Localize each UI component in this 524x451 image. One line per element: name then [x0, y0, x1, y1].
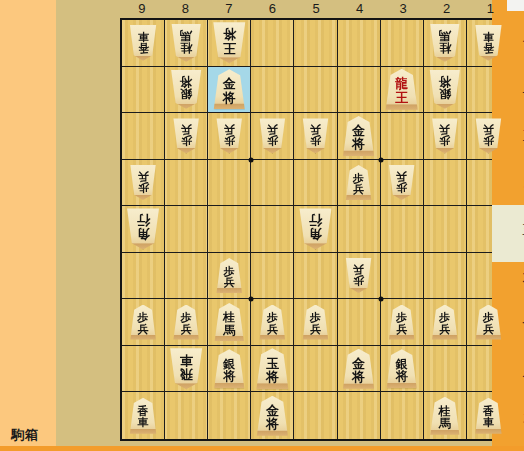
piece-gote-pawn[interactable]: 歩兵 — [216, 118, 243, 153]
file-label-4: 4 — [338, 0, 382, 18]
square-85[interactable] — [165, 206, 208, 253]
piece-label: 歩兵 — [439, 312, 450, 335]
piece-gote-bishop[interactable]: 角行 — [126, 208, 160, 249]
piece-label: 角行 — [137, 214, 150, 241]
square-97[interactable]: 歩兵 — [122, 299, 165, 346]
piece-gote-pawn[interactable]: 歩兵 — [388, 165, 415, 200]
piece-sente-knight[interactable]: 桂馬 — [429, 397, 460, 435]
square-41[interactable] — [338, 20, 381, 67]
piece-gote-lance[interactable]: 香車 — [129, 25, 157, 61]
square-38[interactable]: 銀将 — [381, 346, 424, 393]
square-72[interactable]: 金将 — [208, 67, 251, 114]
piece-label: 歩兵 — [181, 312, 192, 335]
file-label-1: 1 — [469, 0, 513, 18]
file-label-2: 2 — [425, 0, 469, 18]
piece-sente-pawn[interactable]: 歩兵 — [431, 305, 458, 340]
rank-label-6: 六 — [514, 253, 524, 300]
star-point — [378, 157, 383, 162]
square-81[interactable]: 桂馬 — [165, 20, 208, 67]
piece-gote-king[interactable]: 王将 — [212, 22, 246, 63]
square-22[interactable]: 銀将 — [424, 67, 467, 114]
piece-label: 歩兵 — [396, 312, 407, 335]
square-62[interactable] — [251, 67, 294, 114]
file-label-8: 8 — [164, 0, 208, 18]
square-26[interactable] — [424, 253, 467, 300]
piece-gote-silver[interactable]: 銀将 — [429, 70, 461, 109]
piece-label: 歩兵 — [138, 170, 149, 193]
piece-sente-pawn[interactable]: 歩兵 — [259, 305, 286, 340]
piece-label: 銀将 — [223, 358, 235, 383]
square-88[interactable]: 飛車 — [165, 346, 208, 393]
piece-label: 歩兵 — [396, 170, 407, 193]
square-86[interactable] — [165, 253, 208, 300]
square-64[interactable] — [251, 160, 294, 207]
piece-gote-pawn[interactable]: 歩兵 — [302, 118, 329, 153]
piece-label: 銀将 — [439, 75, 451, 100]
square-43[interactable]: 金将 — [338, 113, 381, 160]
piece-label: 歩兵 — [267, 312, 278, 335]
piece-label: 香車 — [483, 30, 494, 53]
square-37[interactable]: 歩兵 — [381, 299, 424, 346]
square-35[interactable] — [381, 206, 424, 253]
square-53[interactable]: 歩兵 — [294, 113, 337, 160]
square-32[interactable]: 龍王 — [381, 67, 424, 114]
rank-label-9: 九 — [514, 394, 524, 441]
square-52[interactable] — [294, 67, 337, 114]
piece-label: 香車 — [483, 406, 494, 429]
piece-gote-pawn[interactable]: 歩兵 — [431, 118, 458, 153]
star-point — [378, 297, 383, 302]
file-label-9: 9 — [120, 0, 164, 18]
square-69[interactable]: 金将 — [251, 392, 294, 439]
piece-sente-dragon[interactable]: 龍王 — [385, 69, 419, 110]
bottom-edge — [0, 446, 524, 451]
square-92[interactable] — [122, 67, 165, 114]
piece-gote-knight[interactable]: 桂馬 — [429, 24, 460, 62]
piece-sente-pawn[interactable]: 歩兵 — [173, 305, 200, 340]
file-label-6: 6 — [251, 0, 295, 18]
piece-gote-silver[interactable]: 銀将 — [170, 70, 202, 109]
piece-label: 歩兵 — [224, 123, 235, 146]
rank-label-3: 三 — [514, 112, 524, 159]
square-59[interactable] — [294, 392, 337, 439]
rank-label-2: 二 — [514, 65, 524, 112]
piece-gote-rook[interactable]: 飛車 — [169, 348, 203, 389]
square-58[interactable] — [294, 346, 337, 393]
piece-gote-knight[interactable]: 桂馬 — [171, 24, 202, 62]
piece-label: 香車 — [138, 406, 149, 429]
square-55[interactable]: 角行 — [294, 206, 337, 253]
piece-sente-pawn[interactable]: 歩兵 — [130, 305, 157, 340]
piece-sente-pawn[interactable]: 歩兵 — [302, 305, 329, 340]
rank-label-4: 四 — [514, 159, 524, 206]
square-23[interactable]: 歩兵 — [424, 113, 467, 160]
file-label-5: 5 — [294, 0, 338, 18]
square-67[interactable]: 歩兵 — [251, 299, 294, 346]
piece-label: 龍王 — [395, 77, 408, 104]
rank-label-7: 七 — [514, 300, 524, 347]
rank-label-5: 五 — [514, 206, 524, 253]
square-28[interactable] — [424, 346, 467, 393]
square-91[interactable]: 香車 — [122, 20, 165, 67]
square-73[interactable]: 歩兵 — [208, 113, 251, 160]
piece-label: 銀将 — [180, 75, 192, 100]
square-39[interactable] — [381, 392, 424, 439]
file-label-3: 3 — [381, 0, 425, 18]
square-76[interactable]: 歩兵 — [208, 253, 251, 300]
square-48[interactable]: 金将 — [338, 346, 381, 393]
piece-box-label[interactable]: 駒箱 — [11, 426, 39, 444]
piece-label: 桂馬 — [439, 405, 451, 430]
piece-sente-gold[interactable]: 金将 — [256, 396, 289, 436]
piece-label: 角行 — [309, 214, 322, 241]
square-75[interactable] — [208, 206, 251, 253]
piece-label: 金将 — [223, 77, 236, 104]
piece-label: 歩兵 — [483, 312, 494, 335]
piece-label: 金将 — [352, 124, 365, 151]
square-33[interactable] — [381, 113, 424, 160]
square-44[interactable]: 歩兵 — [338, 160, 381, 207]
square-68[interactable]: 玉将 — [251, 346, 294, 393]
square-61[interactable] — [251, 20, 294, 67]
piece-label: 桂馬 — [223, 311, 235, 336]
piece-label: 飛車 — [180, 354, 193, 381]
square-21[interactable]: 桂馬 — [424, 20, 467, 67]
piece-sente-gold[interactable]: 金将 — [342, 349, 375, 389]
square-56[interactable] — [294, 253, 337, 300]
piece-label: 歩兵 — [224, 266, 235, 289]
square-51[interactable] — [294, 20, 337, 67]
file-labels: 987654321 — [120, 0, 512, 18]
square-93[interactable] — [122, 113, 165, 160]
piece-sente-knight[interactable]: 桂馬 — [214, 303, 245, 341]
board-margin: 987654321 一二三四五六七八九 香車桂馬王将桂馬香車銀将金将龍王銀将歩兵… — [56, 0, 492, 451]
square-54[interactable] — [294, 160, 337, 207]
piece-label: 金将 — [352, 357, 365, 384]
piece-gote-bishop[interactable]: 角行 — [298, 208, 332, 249]
piece-label: 香車 — [138, 30, 149, 53]
file-label-7: 7 — [207, 0, 251, 18]
square-24[interactable] — [424, 160, 467, 207]
piece-label: 桂馬 — [439, 29, 451, 54]
square-57[interactable]: 歩兵 — [294, 299, 337, 346]
square-36[interactable] — [381, 253, 424, 300]
square-31[interactable] — [381, 20, 424, 67]
square-83[interactable]: 歩兵 — [165, 113, 208, 160]
piece-label: 王将 — [223, 28, 236, 55]
piece-label: 歩兵 — [181, 123, 192, 146]
piece-sente-pawn[interactable]: 歩兵 — [345, 165, 372, 200]
piece-label: 桂馬 — [180, 29, 192, 54]
square-63[interactable]: 歩兵 — [251, 113, 294, 160]
square-99[interactable]: 香車 — [122, 392, 165, 439]
piece-label: 歩兵 — [439, 123, 450, 146]
square-74[interactable] — [208, 160, 251, 207]
piece-sente-lance[interactable]: 香車 — [129, 398, 157, 434]
square-49[interactable] — [338, 392, 381, 439]
square-45[interactable] — [338, 206, 381, 253]
piece-label: 金将 — [266, 404, 279, 431]
square-42[interactable] — [338, 67, 381, 114]
piece-label: 銀将 — [396, 358, 408, 383]
square-98[interactable] — [122, 346, 165, 393]
square-96[interactable] — [122, 253, 165, 300]
square-78[interactable]: 銀将 — [208, 346, 251, 393]
square-71[interactable]: 王将 — [208, 20, 251, 67]
square-77[interactable]: 桂馬 — [208, 299, 251, 346]
square-27[interactable]: 歩兵 — [424, 299, 467, 346]
piece-gote-pawn[interactable]: 歩兵 — [345, 258, 372, 293]
square-29[interactable]: 桂馬 — [424, 392, 467, 439]
rank-label-1: 一 — [514, 18, 524, 65]
square-46[interactable]: 歩兵 — [338, 253, 381, 300]
rank-label-8: 八 — [514, 347, 524, 394]
star-point — [249, 157, 254, 162]
piece-sente-gold[interactable]: 金将 — [213, 69, 246, 109]
square-34[interactable]: 歩兵 — [381, 160, 424, 207]
square-82[interactable]: 銀将 — [165, 67, 208, 114]
piece-gote-pawn[interactable]: 歩兵 — [130, 165, 157, 200]
piece-sente-silver[interactable]: 銀将 — [213, 349, 245, 388]
piece-sente-pawn[interactable]: 歩兵 — [388, 305, 415, 340]
piece-label: 歩兵 — [267, 123, 278, 146]
piece-gote-pawn[interactable]: 歩兵 — [173, 118, 200, 153]
square-47[interactable] — [338, 299, 381, 346]
piece-label: 歩兵 — [483, 123, 494, 146]
square-84[interactable] — [165, 160, 208, 207]
piece-box-panel[interactable]: 駒箱 — [0, 0, 56, 451]
piece-label: 歩兵 — [353, 173, 364, 196]
square-89[interactable] — [165, 392, 208, 439]
square-87[interactable]: 歩兵 — [165, 299, 208, 346]
piece-sente-gold[interactable]: 金将 — [342, 116, 375, 156]
star-point — [249, 297, 254, 302]
square-66[interactable] — [251, 253, 294, 300]
rank-labels: 一二三四五六七八九 — [514, 18, 524, 441]
square-65[interactable] — [251, 206, 294, 253]
square-94[interactable]: 歩兵 — [122, 160, 165, 207]
piece-label: 歩兵 — [353, 263, 364, 286]
piece-label: 歩兵 — [310, 312, 321, 335]
square-95[interactable]: 角行 — [122, 206, 165, 253]
piece-gote-pawn[interactable]: 歩兵 — [259, 118, 286, 153]
piece-sente-silver[interactable]: 銀将 — [386, 349, 418, 388]
board: 香車桂馬王将桂馬香車銀将金将龍王銀将歩兵歩兵歩兵歩兵金将歩兵歩兵歩兵歩兵歩兵角行… — [120, 18, 512, 441]
square-79[interactable] — [208, 392, 251, 439]
piece-label: 歩兵 — [138, 312, 149, 335]
piece-label: 歩兵 — [310, 123, 321, 146]
square-25[interactable] — [424, 206, 467, 253]
piece-sente-pawn[interactable]: 歩兵 — [216, 258, 243, 293]
piece-sente-king[interactable]: 玉将 — [255, 348, 289, 389]
piece-label: 玉将 — [266, 357, 279, 384]
